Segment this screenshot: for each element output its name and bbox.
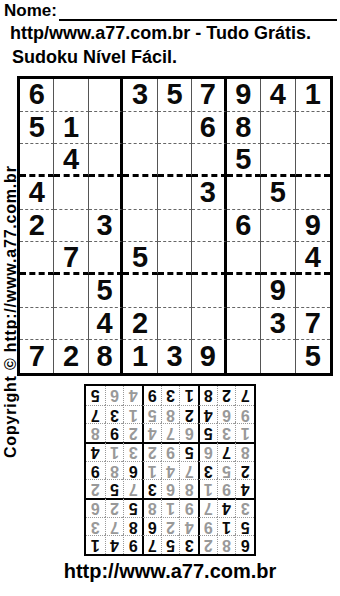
solution-cell-r2c4: 4 xyxy=(179,517,198,536)
solution-cell-r7c9: 8 xyxy=(86,423,105,442)
cell-r6c8[interactable] xyxy=(261,242,295,275)
solution-cell-r6c6: 2 xyxy=(142,442,161,461)
cell-r6c5[interactable] xyxy=(158,242,192,275)
solution-cell-r3c4: 9 xyxy=(179,498,198,517)
solution-cell-r5c6: 1 xyxy=(142,461,161,480)
solution-cell-r1c4: 3 xyxy=(179,535,198,554)
solution-cell-r5c7: 6 xyxy=(123,461,142,480)
solution-cell-r9c3: 8 xyxy=(198,386,217,405)
cell-r1c4[interactable]: 3 xyxy=(123,79,157,112)
cell-r3c2[interactable]: 4 xyxy=(54,144,88,177)
cell-r1c3[interactable] xyxy=(89,79,123,112)
cell-r4c6[interactable]: 3 xyxy=(192,177,226,210)
cell-r4c7[interactable] xyxy=(227,177,261,210)
solution-cell-r2c1: 5 xyxy=(235,517,254,536)
solution-cell-r2c6: 6 xyxy=(142,517,161,536)
solution-cell-r7c6: 4 xyxy=(142,423,161,442)
solution-cell-r2c9: 3 xyxy=(86,517,105,536)
solution-cell-r7c4: 6 xyxy=(179,423,198,442)
puzzle-subtitle: Sudoku Nível Fácil. xyxy=(12,47,340,68)
solution-cell-r7c3: 5 xyxy=(198,423,217,442)
solution-cell-r1c7: 9 xyxy=(123,535,142,554)
solution-cell-r8c9: 7 xyxy=(86,405,105,424)
cell-r1c8[interactable]: 4 xyxy=(261,79,295,112)
cell-r6c7[interactable] xyxy=(227,242,261,275)
cell-r4c2[interactable] xyxy=(54,177,88,210)
cell-r1c7[interactable]: 9 xyxy=(227,79,261,112)
cell-r8c8[interactable]: 3 xyxy=(261,308,295,341)
cell-r9c9[interactable]: 5 xyxy=(296,340,330,373)
cell-r7c8[interactable]: 9 xyxy=(261,275,295,308)
solution-cell-r6c7: 3 xyxy=(123,442,142,461)
solution-cell-r6c4: 5 xyxy=(179,442,198,461)
cell-r2c9[interactable] xyxy=(296,112,330,145)
solution-cell-r4c2: 9 xyxy=(217,479,236,498)
cell-r7c2[interactable] xyxy=(54,275,88,308)
solution-cell-r3c9: 6 xyxy=(86,498,105,517)
solution-cell-r8c3: 4 xyxy=(198,405,217,424)
solution-cell-r8c8: 3 xyxy=(105,405,124,424)
solution-cell-r3c8: 2 xyxy=(105,498,124,517)
solution-cell-r2c5: 2 xyxy=(161,517,180,536)
cell-r9c5[interactable]: 3 xyxy=(158,340,192,373)
cell-r9c8[interactable] xyxy=(261,340,295,373)
cell-r4c3[interactable] xyxy=(89,177,123,210)
solution-cell-r7c7: 2 xyxy=(123,423,142,442)
cell-r3c7[interactable]: 5 xyxy=(227,144,261,177)
cell-r1c5[interactable]: 5 xyxy=(158,79,192,112)
solution-cell-r8c1: 9 xyxy=(235,405,254,424)
solution-cell-r7c8: 9 xyxy=(105,423,124,442)
cell-r9c4[interactable]: 1 xyxy=(123,340,157,373)
solution-cell-r5c2: 5 xyxy=(217,461,236,480)
solution-cell-r6c8: 1 xyxy=(105,442,124,461)
solution-cell-r3c2: 4 xyxy=(217,498,236,517)
cell-r2c3[interactable] xyxy=(89,112,123,145)
solution-cell-r8c4: 2 xyxy=(179,405,198,424)
cell-r4c4[interactable] xyxy=(123,177,157,210)
cell-r5c1[interactable]: 2 xyxy=(20,210,54,243)
name-row: Nome: xyxy=(0,0,340,21)
cell-r3c6[interactable] xyxy=(192,144,226,177)
name-blank-line xyxy=(59,4,337,21)
solution-cell-r4c5: 6 xyxy=(161,479,180,498)
header: Nome: http/www.a77.com.br - Tudo Grátis.… xyxy=(0,0,340,68)
cell-r5c3[interactable]: 3 xyxy=(89,210,123,243)
cell-r9c6[interactable]: 9 xyxy=(192,340,226,373)
cell-r3c3[interactable] xyxy=(89,144,123,177)
cell-r7c7[interactable] xyxy=(227,275,261,308)
cell-r1c9[interactable]: 1 xyxy=(296,79,330,112)
cell-r5c7[interactable]: 6 xyxy=(227,210,261,243)
solution-cell-r5c8: 8 xyxy=(105,461,124,480)
solution-cell-r6c2: 7 xyxy=(217,442,236,461)
solution-cell-r4c4: 8 xyxy=(179,479,198,498)
cell-r1c2[interactable] xyxy=(54,79,88,112)
solution-cell-r7c5: 7 xyxy=(161,423,180,442)
solution-cell-r9c5: 3 xyxy=(161,386,180,405)
solution-cell-r3c1: 3 xyxy=(235,498,254,517)
cell-r5c4[interactable] xyxy=(123,210,157,243)
cell-r7c5[interactable] xyxy=(158,275,192,308)
solution-cell-r9c8: 6 xyxy=(105,386,124,405)
solution-cell-r9c7: 4 xyxy=(123,386,142,405)
solution-cell-r7c2: 3 xyxy=(217,423,236,442)
solution-cell-r8c2: 6 xyxy=(217,405,236,424)
cell-r5c9[interactable]: 9 xyxy=(296,210,330,243)
cell-r2c1[interactable]: 5 xyxy=(20,112,54,145)
cell-r1c6[interactable]: 7 xyxy=(192,79,226,112)
solution-cell-r6c5: 9 xyxy=(161,442,180,461)
cell-r3c4[interactable] xyxy=(123,144,157,177)
cell-r2c2[interactable]: 1 xyxy=(54,112,88,145)
solution-cell-r7c1: 1 xyxy=(235,423,254,442)
cell-r8c7[interactable] xyxy=(227,308,261,341)
solution-cell-r1c1: 6 xyxy=(235,535,254,554)
cell-r8c5[interactable] xyxy=(158,308,192,341)
cell-r6c9[interactable]: 4 xyxy=(296,242,330,275)
cell-r2c7[interactable]: 8 xyxy=(227,112,261,145)
solution-cell-r1c3: 2 xyxy=(198,535,217,554)
solution-cell-r5c1: 2 xyxy=(235,461,254,480)
cell-r2c8[interactable] xyxy=(261,112,295,145)
cell-r8c2[interactable] xyxy=(54,308,88,341)
solution-cell-r9c2: 2 xyxy=(217,386,236,405)
solution-cell-r3c5: 1 xyxy=(161,498,180,517)
cell-r8c1[interactable] xyxy=(20,308,54,341)
cell-r9c3[interactable]: 8 xyxy=(89,340,123,373)
solution-cell-r4c3: 1 xyxy=(198,479,217,498)
cell-r8c4[interactable]: 2 xyxy=(123,308,157,341)
solution-cell-r3c7: 5 xyxy=(123,498,142,517)
solution-cell-r1c8: 4 xyxy=(105,535,124,554)
cell-r5c2[interactable] xyxy=(54,210,88,243)
site-title: http/www.a77.com.br - Tudo Grátis. xyxy=(10,23,340,44)
cell-r6c6[interactable] xyxy=(192,242,226,275)
solution-cell-r5c4: 7 xyxy=(179,461,198,480)
cell-r7c1[interactable] xyxy=(20,275,54,308)
solution-cell-r5c5: 4 xyxy=(161,461,180,480)
cell-r6c3[interactable] xyxy=(89,242,123,275)
solution-cell-r2c3: 9 xyxy=(198,517,217,536)
solution-cell-r5c9: 9 xyxy=(86,461,105,480)
cell-r4c9[interactable] xyxy=(296,177,330,210)
cell-r6c4[interactable]: 5 xyxy=(123,242,157,275)
solution-cell-r6c9: 4 xyxy=(86,442,105,461)
cell-r7c4[interactable] xyxy=(123,275,157,308)
cell-r3c9[interactable] xyxy=(296,144,330,177)
cell-r3c1[interactable] xyxy=(20,144,54,177)
solution-cell-r4c7: 7 xyxy=(123,479,142,498)
solution-cell-r3c6: 8 xyxy=(142,498,161,517)
solution-cell-r1c9: 1 xyxy=(86,535,105,554)
cell-r6c1[interactable] xyxy=(20,242,54,275)
solution-cell-r9c6: 9 xyxy=(142,386,161,405)
name-label: Nome: xyxy=(4,2,57,21)
cell-r9c7[interactable] xyxy=(227,340,261,373)
cell-r5c6[interactable] xyxy=(192,210,226,243)
solution-cell-r2c7: 8 xyxy=(123,517,142,536)
cell-r7c6[interactable] xyxy=(192,275,226,308)
cell-r1c1[interactable]: 6 xyxy=(20,79,54,112)
cell-r9c2[interactable]: 2 xyxy=(54,340,88,373)
cell-r9c1[interactable]: 7 xyxy=(20,340,54,373)
solution-cell-r6c3: 6 xyxy=(198,442,217,461)
cell-r7c3[interactable]: 5 xyxy=(89,275,123,308)
solution-cell-r1c6: 7 xyxy=(142,535,161,554)
solution-cell-r1c5: 5 xyxy=(161,535,180,554)
cell-r5c5[interactable] xyxy=(158,210,192,243)
cell-r6c2[interactable]: 7 xyxy=(54,242,88,275)
cell-r2c4[interactable] xyxy=(123,112,157,145)
cell-r8c3[interactable]: 4 xyxy=(89,308,123,341)
solution-cell-r2c2: 1 xyxy=(217,517,236,536)
solution-cell-r2c8: 7 xyxy=(105,517,124,536)
cell-r3c5[interactable] xyxy=(158,144,192,177)
footer-url: http://www.a77.com.br xyxy=(0,560,340,583)
cell-r2c5[interactable] xyxy=(158,112,192,145)
solution-grid: 6823579415194268733479185264918637522537… xyxy=(84,384,256,556)
solution-cell-r9c9: 5 xyxy=(86,386,105,405)
solution-cell-r8c6: 5 xyxy=(142,405,161,424)
solution-cell-r8c5: 8 xyxy=(161,405,180,424)
solution-cell-r4c6: 3 xyxy=(142,479,161,498)
copyright-vertical-text: Copyright © http://www.a77.com.br xyxy=(2,165,20,458)
solution-cell-r9c4: 1 xyxy=(179,386,198,405)
solution-cell-r8c7: 1 xyxy=(123,405,142,424)
solution-cell-r4c1: 4 xyxy=(235,479,254,498)
solution-cell-r4c8: 5 xyxy=(105,479,124,498)
solution-cell-r4c9: 2 xyxy=(86,479,105,498)
solution-cell-r1c2: 8 xyxy=(217,535,236,554)
solution-cell-r9c1: 7 xyxy=(235,386,254,405)
solution-cell-r6c1: 8 xyxy=(235,442,254,461)
cell-r2c6[interactable]: 6 xyxy=(192,112,226,145)
cell-r8c9[interactable]: 7 xyxy=(296,308,330,341)
cell-r7c9[interactable] xyxy=(296,275,330,308)
cell-r8c6[interactable] xyxy=(192,308,226,341)
cell-r4c5[interactable] xyxy=(158,177,192,210)
solution-cell-r5c3: 3 xyxy=(198,461,217,480)
cell-r4c1[interactable]: 4 xyxy=(20,177,54,210)
cell-r3c8[interactable] xyxy=(261,144,295,177)
solution-cell-r3c3: 7 xyxy=(198,498,217,517)
main-sudoku-grid: 635794151684543523697545942377281395 xyxy=(17,76,333,376)
cell-r5c8[interactable] xyxy=(261,210,295,243)
cell-r4c8[interactable]: 5 xyxy=(261,177,295,210)
